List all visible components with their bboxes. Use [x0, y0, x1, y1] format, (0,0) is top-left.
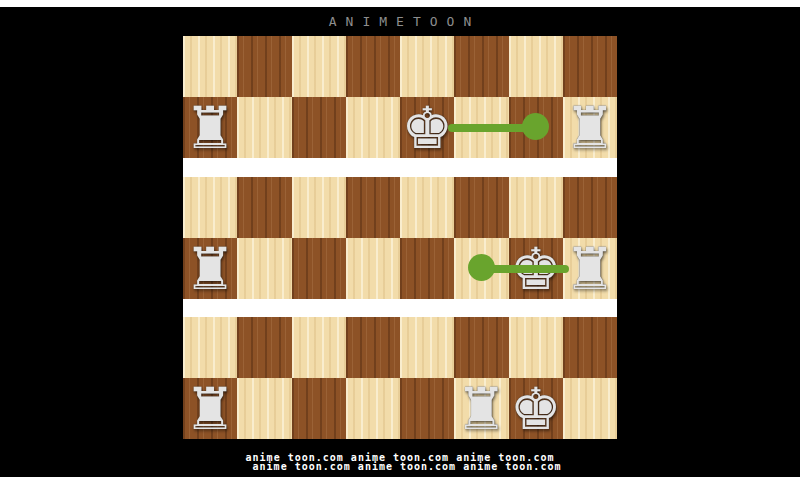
square-e1-stage1: ♚ — [400, 97, 454, 158]
square-e2-stage2 — [400, 177, 454, 238]
white-rook-a1-stage3: ♜ — [183, 378, 237, 439]
square-c2-stage1 — [292, 36, 346, 97]
square-b2-stage2 — [237, 177, 291, 238]
square-b2-stage3 — [237, 317, 291, 378]
square-g1-stage3: ♚ — [509, 378, 563, 439]
board-strip-step-3-castled: ♜♜♚ — [183, 317, 617, 439]
square-b1-stage1 — [237, 97, 291, 158]
white-rook-a1-stage2: ♜ — [183, 238, 237, 299]
move-arrow-destination-dot-f1 — [468, 254, 495, 281]
white-rook-h1-stage1: ♜ — [563, 97, 617, 158]
white-king-e1-stage1: ♚ — [400, 97, 454, 158]
square-c2-stage3 — [292, 317, 346, 378]
square-a1-stage3: ♜ — [183, 378, 237, 439]
white-separator-1 — [183, 158, 617, 177]
site-title: ANIMETOON — [0, 14, 800, 29]
square-g2-stage1 — [509, 36, 563, 97]
square-c2-stage2 — [292, 177, 346, 238]
castling-tutorial-board: ♜♚♜♜♚♜♜♜♚ — [183, 36, 617, 439]
square-a2-stage2 — [183, 177, 237, 238]
square-f2-stage3 — [454, 317, 508, 378]
white-king-g1-stage3: ♚ — [509, 378, 563, 439]
square-g2-stage2 — [509, 177, 563, 238]
board-strip-step-2-king-moved: ♜♚♜ — [183, 177, 617, 299]
square-b2-stage1 — [237, 36, 291, 97]
square-h1-stage2: ♜ — [563, 238, 617, 299]
square-d2-stage2 — [346, 177, 400, 238]
square-d1-stage3 — [346, 378, 400, 439]
board-strip-step-1-before-castling: ♜♚♜ — [183, 36, 617, 158]
square-e1-stage2 — [400, 238, 454, 299]
square-h2-stage3 — [563, 317, 617, 378]
square-d2-stage3 — [346, 317, 400, 378]
square-c1-stage2 — [292, 238, 346, 299]
square-f2-stage1 — [454, 36, 508, 97]
square-h2-stage1 — [563, 36, 617, 97]
square-e1-stage3 — [400, 378, 454, 439]
square-c1-stage3 — [292, 378, 346, 439]
square-d1-stage2 — [346, 238, 400, 299]
square-a1-stage2: ♜ — [183, 238, 237, 299]
white-rook-f1-stage3: ♜ — [454, 378, 508, 439]
square-f2-stage2 — [454, 177, 508, 238]
square-f1-stage3: ♜ — [454, 378, 508, 439]
square-c1-stage1 — [292, 97, 346, 158]
square-e2-stage1 — [400, 36, 454, 97]
square-b1-stage3 — [237, 378, 291, 439]
square-h2-stage2 — [563, 177, 617, 238]
square-d2-stage1 — [346, 36, 400, 97]
white-rook-h1-stage2: ♜ — [563, 238, 617, 299]
square-a2-stage1 — [183, 36, 237, 97]
square-h1-stage3 — [563, 378, 617, 439]
square-g2-stage3 — [509, 317, 563, 378]
square-h1-stage1: ♜ — [563, 97, 617, 158]
white-rook-a1-stage1: ♜ — [183, 97, 237, 158]
move-arrow-destination-dot-g1 — [522, 113, 549, 140]
watermark-line-2: anime toon.com anime toon.com anime toon… — [0, 461, 800, 472]
square-b1-stage2 — [237, 238, 291, 299]
square-e2-stage3 — [400, 317, 454, 378]
square-d1-stage1 — [346, 97, 400, 158]
square-a1-stage1: ♜ — [183, 97, 237, 158]
square-a2-stage3 — [183, 317, 237, 378]
